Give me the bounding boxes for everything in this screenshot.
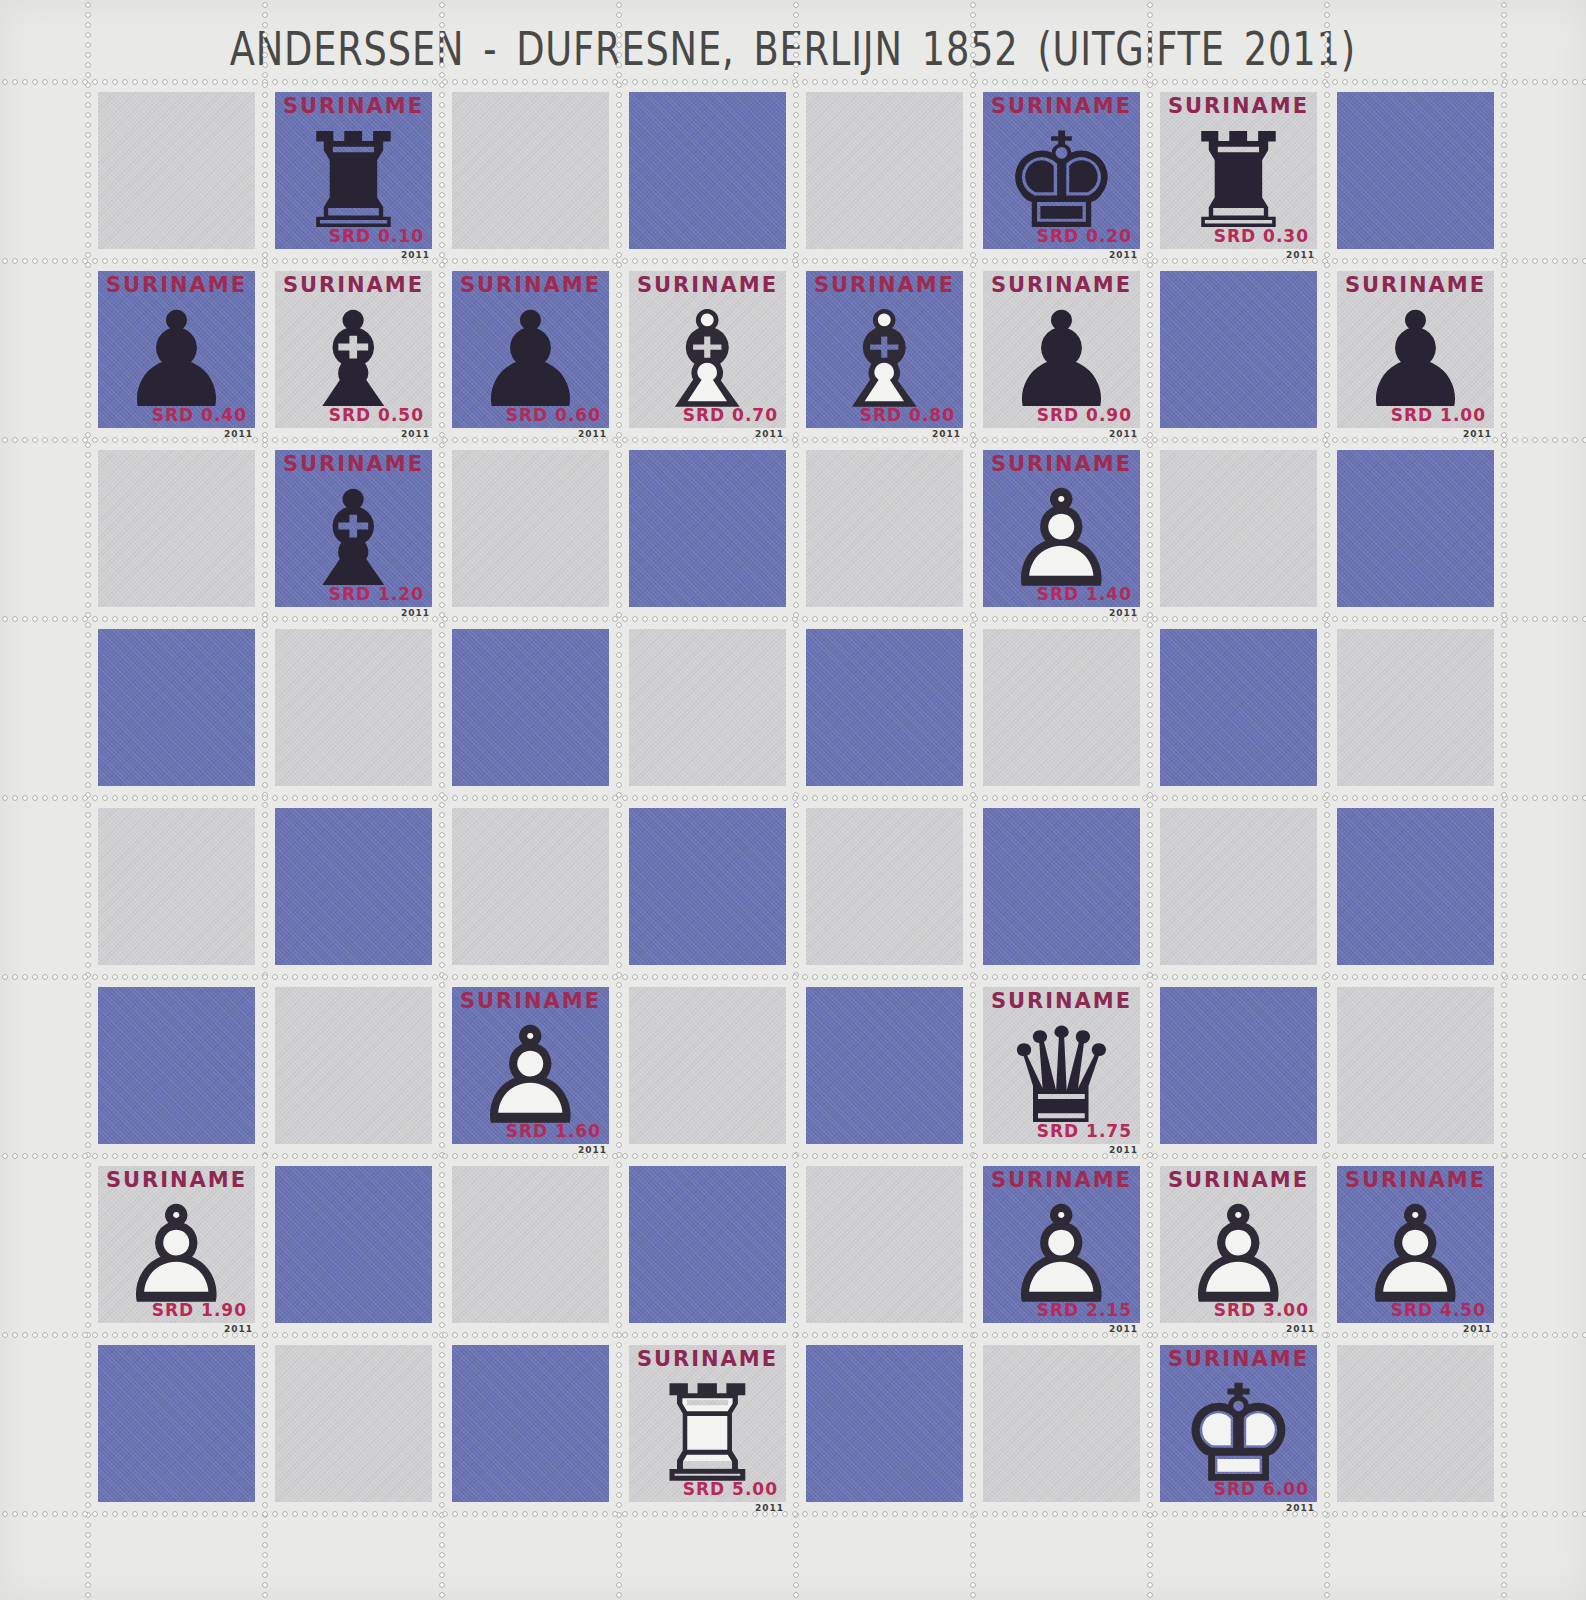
square-f6: SURINAME♟♙SRD 1.40: [983, 450, 1140, 607]
denomination-label: SRD 1.00: [1391, 405, 1486, 425]
year-label: 2011: [1463, 429, 1492, 439]
stamp-g8: SURINAME♜SRD 0.302011: [1150, 82, 1327, 261]
denomination-label: SRD 1.20: [329, 584, 424, 604]
square-d5: [629, 629, 786, 786]
denomination-label: SRD 0.90: [1037, 405, 1132, 425]
blank-stamp-d3: [619, 977, 796, 1156]
square-h2: SURINAME♟♙SRD 4.50: [1337, 1166, 1494, 1323]
blank-stamp-a4: [88, 798, 265, 977]
blank-stamp-c5: [442, 619, 619, 798]
denomination-label: SRD 1.60: [506, 1121, 601, 1141]
stamp-g1: SURINAME♚♔SRD 6.002011: [1150, 1335, 1327, 1514]
square-h8: [1337, 92, 1494, 249]
square-b1: [275, 1345, 432, 1502]
square-e7: SURINAME♝♗SRD 0.80: [806, 271, 963, 428]
stamp-f8: SURINAME♚SRD 0.202011: [973, 82, 1150, 261]
square-d1: SURINAME♜♖SRD 5.00: [629, 1345, 786, 1502]
blank-stamp-h1: [1327, 1335, 1504, 1514]
blank-stamp-a6: [88, 440, 265, 619]
square-h4: [1337, 808, 1494, 965]
blank-stamp-g6: [1150, 440, 1327, 619]
sheet-title-text: ANDERSSEN - DUFRESNE, BERLIJN 1852 (UITG…: [230, 24, 1356, 75]
blank-stamp-h4: [1327, 798, 1504, 977]
blank-stamp-c8: [442, 82, 619, 261]
blank-stamp-c6: [442, 440, 619, 619]
blank-stamp-c1: [442, 1335, 619, 1514]
blank-stamp-g5: [1150, 619, 1327, 798]
square-g4: [1160, 808, 1317, 965]
year-label: 2011: [932, 429, 961, 439]
blank-stamp-e1: [796, 1335, 973, 1514]
square-a5: [98, 629, 255, 786]
year-label: 2011: [401, 250, 430, 260]
square-g3: [1160, 987, 1317, 1144]
year-label: 2011: [1286, 1503, 1315, 1513]
square-b8: SURINAME♜SRD 0.10: [275, 92, 432, 249]
stamp-b7: SURINAME♝SRD 0.502011: [265, 261, 442, 440]
square-f5: [983, 629, 1140, 786]
square-g8: SURINAME♜SRD 0.30: [1160, 92, 1317, 249]
denomination-label: SRD 0.30: [1214, 226, 1309, 246]
square-d7: SURINAME♝♗SRD 0.70: [629, 271, 786, 428]
year-label: 2011: [578, 1145, 607, 1155]
blank-stamp-h8: [1327, 82, 1504, 261]
denomination-label: SRD 0.20: [1037, 226, 1132, 246]
square-e5: [806, 629, 963, 786]
square-g5: [1160, 629, 1317, 786]
square-d2: [629, 1166, 786, 1323]
blank-stamp-e6: [796, 440, 973, 619]
stamp-c3: SURINAME♟♙SRD 1.602011: [442, 977, 619, 1156]
square-f4: [983, 808, 1140, 965]
square-e6: [806, 450, 963, 607]
denomination-label: SRD 6.00: [1214, 1479, 1309, 1499]
year-label: 2011: [1109, 429, 1138, 439]
blank-stamp-h3: [1327, 977, 1504, 1156]
denomination-label: SRD 1.90: [152, 1300, 247, 1320]
blank-stamp-b3: [265, 977, 442, 1156]
blank-stamp-d2: [619, 1156, 796, 1335]
square-c2: [452, 1166, 609, 1323]
denomination-label: SRD 0.60: [506, 405, 601, 425]
blank-stamp-h6: [1327, 440, 1504, 619]
stamp-f6: SURINAME♟♙SRD 1.402011: [973, 440, 1150, 619]
square-g2: SURINAME♟♙SRD 3.00: [1160, 1166, 1317, 1323]
blank-stamp-e3: [796, 977, 973, 1156]
square-c6: [452, 450, 609, 607]
blank-stamp-f1: [973, 1335, 1150, 1514]
blank-stamp-e4: [796, 798, 973, 977]
stamp-a2: SURINAME♟♙SRD 1.902011: [88, 1156, 265, 1335]
blank-stamp-e8: [796, 82, 973, 261]
year-label: 2011: [1286, 1324, 1315, 1334]
year-label: 2011: [1286, 250, 1315, 260]
square-g6: [1160, 450, 1317, 607]
year-label: 2011: [1109, 250, 1138, 260]
square-e3: [806, 987, 963, 1144]
blank-stamp-d5: [619, 619, 796, 798]
stamp-h2: SURINAME♟♙SRD 4.502011: [1327, 1156, 1504, 1335]
denomination-label: SRD 4.50: [1391, 1300, 1486, 1320]
stamp-e7: SURINAME♝♗SRD 0.802011: [796, 261, 973, 440]
year-label: 2011: [578, 429, 607, 439]
denomination-label: SRD 0.50: [329, 405, 424, 425]
square-c5: [452, 629, 609, 786]
blank-stamp-e2: [796, 1156, 973, 1335]
blank-stamp-e5: [796, 619, 973, 798]
square-a1: [98, 1345, 255, 1502]
square-b6: SURINAME♝SRD 1.20: [275, 450, 432, 607]
square-h7: SURINAME♟SRD 1.00: [1337, 271, 1494, 428]
square-g7: [1160, 271, 1317, 428]
square-h1: [1337, 1345, 1494, 1502]
blank-stamp-g7: [1150, 261, 1327, 440]
square-c3: SURINAME♟♙SRD 1.60: [452, 987, 609, 1144]
denomination-label: SRD 2.15: [1037, 1300, 1132, 1320]
denomination-label: SRD 3.00: [1214, 1300, 1309, 1320]
blank-stamp-g3: [1150, 977, 1327, 1156]
square-e8: [806, 92, 963, 249]
year-label: 2011: [1109, 1324, 1138, 1334]
denomination-label: SRD 0.10: [329, 226, 424, 246]
square-c4: [452, 808, 609, 965]
stamp-b8: SURINAME♜SRD 0.102011: [265, 82, 442, 261]
square-a3: [98, 987, 255, 1144]
blank-stamp-b4: [265, 798, 442, 977]
square-d4: [629, 808, 786, 965]
square-b5: [275, 629, 432, 786]
blank-stamp-a1: [88, 1335, 265, 1514]
year-label: 2011: [1463, 1324, 1492, 1334]
square-h3: [1337, 987, 1494, 1144]
square-a4: [98, 808, 255, 965]
blank-stamp-c2: [442, 1156, 619, 1335]
square-b3: [275, 987, 432, 1144]
year-label: 2011: [224, 429, 253, 439]
square-g1: SURINAME♚♔SRD 6.00: [1160, 1345, 1317, 1502]
square-e2: [806, 1166, 963, 1323]
square-d8: [629, 92, 786, 249]
stamp-d7: SURINAME♝♗SRD 0.702011: [619, 261, 796, 440]
square-e1: [806, 1345, 963, 1502]
blank-stamp-h5: [1327, 619, 1504, 798]
denomination-label: SRD 5.00: [683, 1479, 778, 1499]
square-c1: [452, 1345, 609, 1502]
stamp-f2: SURINAME♟♙SRD 2.152011: [973, 1156, 1150, 1335]
square-d6: [629, 450, 786, 607]
stamp-f7: SURINAME♟SRD 0.902011: [973, 261, 1150, 440]
square-b2: [275, 1166, 432, 1323]
denomination-label: SRD 1.75: [1037, 1121, 1132, 1141]
year-label: 2011: [401, 429, 430, 439]
denomination-label: SRD 0.40: [152, 405, 247, 425]
denomination-label: SRD 1.40: [1037, 584, 1132, 604]
square-f8: SURINAME♚SRD 0.20: [983, 92, 1140, 249]
year-label: 2011: [224, 1324, 253, 1334]
square-b7: SURINAME♝SRD 0.50: [275, 271, 432, 428]
stamp-g2: SURINAME♟♙SRD 3.002011: [1150, 1156, 1327, 1335]
denomination-label: SRD 0.70: [683, 405, 778, 425]
blank-stamp-d6: [619, 440, 796, 619]
square-c7: SURINAME♟SRD 0.60: [452, 271, 609, 428]
square-f7: SURINAME♟SRD 0.90: [983, 271, 1140, 428]
blank-stamp-f4: [973, 798, 1150, 977]
year-label: 2011: [755, 429, 784, 439]
square-d3: [629, 987, 786, 1144]
blank-stamp-f5: [973, 619, 1150, 798]
stamp-sheet: ANDERSSEN - DUFRESNE, BERLIJN 1852 (UITG…: [0, 0, 1586, 1600]
square-c8: [452, 92, 609, 249]
sheet-title: ANDERSSEN - DUFRESNE, BERLIJN 1852 (UITG…: [0, 24, 1586, 75]
square-f1: [983, 1345, 1140, 1502]
square-a6: [98, 450, 255, 607]
year-label: 2011: [401, 608, 430, 618]
square-a8: [98, 92, 255, 249]
square-f2: SURINAME♟♙SRD 2.15: [983, 1166, 1140, 1323]
blank-stamp-a3: [88, 977, 265, 1156]
blank-stamp-b1: [265, 1335, 442, 1514]
blank-stamp-d4: [619, 798, 796, 977]
stamp-d1: SURINAME♜♖SRD 5.002011: [619, 1335, 796, 1514]
stamp-a7: SURINAME♟SRD 0.402011: [88, 261, 265, 440]
year-label: 2011: [755, 1503, 784, 1513]
stamp-c7: SURINAME♟SRD 0.602011: [442, 261, 619, 440]
stamp-b6: SURINAME♝SRD 1.202011: [265, 440, 442, 619]
square-a7: SURINAME♟SRD 0.40: [98, 271, 255, 428]
stamp-f3: SURINAME♛SRD 1.752011: [973, 977, 1150, 1156]
square-h6: [1337, 450, 1494, 607]
square-e4: [806, 808, 963, 965]
blank-stamp-g4: [1150, 798, 1327, 977]
square-f3: SURINAME♛SRD 1.75: [983, 987, 1140, 1144]
blank-stamp-a5: [88, 619, 265, 798]
blank-stamp-a8: [88, 82, 265, 261]
year-label: 2011: [1109, 608, 1138, 618]
denomination-label: SRD 0.80: [860, 405, 955, 425]
blank-stamp-b5: [265, 619, 442, 798]
square-a2: SURINAME♟♙SRD 1.90: [98, 1166, 255, 1323]
blank-stamp-b2: [265, 1156, 442, 1335]
stamp-h7: SURINAME♟SRD 1.002011: [1327, 261, 1504, 440]
square-b4: [275, 808, 432, 965]
square-h5: [1337, 629, 1494, 786]
blank-stamp-d8: [619, 82, 796, 261]
blank-stamp-c4: [442, 798, 619, 977]
year-label: 2011: [1109, 1145, 1138, 1155]
